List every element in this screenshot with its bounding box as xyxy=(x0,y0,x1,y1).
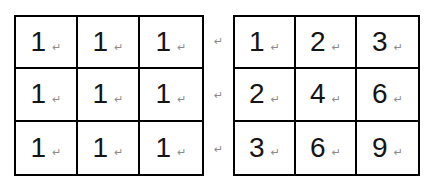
table-cell[interactable]: 6↵ xyxy=(357,69,418,121)
end-of-cell-mark-icon: ↵ xyxy=(332,42,341,53)
table-cell[interactable]: 9↵ xyxy=(357,122,418,174)
cell-number: 9 xyxy=(372,134,388,162)
end-of-cell-mark-icon: ↵ xyxy=(114,147,123,158)
end-of-cell-mark-icon: ↵ xyxy=(332,147,341,158)
tables-row: 1↵ 1↵ 1↵ 1↵ 1↵ 1↵ 1↵ 1↵ 1↵ ↵ ↵ ↵ 1↵ 2↵ 3… xyxy=(14,15,420,176)
cell-number: 2 xyxy=(249,80,265,108)
end-of-cell-mark-icon: ↵ xyxy=(271,94,280,105)
table-cell[interactable]: 2↵ xyxy=(235,69,296,121)
cell-number: 6 xyxy=(372,80,388,108)
table-cell[interactable]: 3↵ xyxy=(357,17,418,69)
end-of-cell-mark-icon: ↵ xyxy=(271,42,280,53)
table-cell[interactable]: 3↵ xyxy=(235,122,296,174)
end-of-cell-mark-icon: ↵ xyxy=(177,147,186,158)
table-cell[interactable]: 1↵ xyxy=(78,17,140,69)
cell-number: 2 xyxy=(310,28,326,56)
end-of-cell-mark-icon: ↵ xyxy=(394,42,403,53)
end-of-cell-mark-icon: ↵ xyxy=(52,94,61,105)
cell-number: 1 xyxy=(156,80,172,108)
table-cell[interactable]: 1↵ xyxy=(140,122,202,174)
cell-number: 3 xyxy=(372,28,388,56)
document-canvas: 1↵ 1↵ 1↵ 1↵ 1↵ 1↵ 1↵ 1↵ 1↵ ↵ ↵ ↵ 1↵ 2↵ 3… xyxy=(0,0,431,194)
table-cell[interactable]: 6↵ xyxy=(296,122,357,174)
table-cell[interactable]: 1↵ xyxy=(16,17,78,69)
cell-number: 4 xyxy=(310,80,326,108)
table-cell[interactable]: 1↵ xyxy=(140,69,202,121)
cell-number: 1 xyxy=(249,28,265,56)
end-of-cell-mark-icon: ↵ xyxy=(271,147,280,158)
left-table: 1↵ 1↵ 1↵ 1↵ 1↵ 1↵ 1↵ 1↵ 1↵ xyxy=(14,15,204,176)
right-table: 1↵ 2↵ 3↵ 2↵ 4↵ 6↵ 3↵ 6↵ 9↵ xyxy=(233,15,420,176)
end-of-cell-mark-icon: ↵ xyxy=(114,42,123,53)
table-cell[interactable]: 1↵ xyxy=(235,17,296,69)
gutter-row-slot: ↵ xyxy=(204,69,233,123)
table-cell[interactable]: 2↵ xyxy=(296,17,357,69)
gutter-row-slot: ↵ xyxy=(204,122,233,176)
cell-number: 1 xyxy=(156,28,172,56)
end-of-cell-mark-icon: ↵ xyxy=(52,147,61,158)
end-of-row-mark-icon: ↵ xyxy=(214,36,223,47)
end-of-cell-mark-icon: ↵ xyxy=(394,94,403,105)
table-cell[interactable]: 1↵ xyxy=(78,69,140,121)
end-of-row-mark-icon: ↵ xyxy=(214,144,223,155)
cell-number: 1 xyxy=(93,80,109,108)
table-cell[interactable]: 1↵ xyxy=(16,69,78,121)
cell-number: 1 xyxy=(31,28,47,56)
cell-number: 6 xyxy=(310,134,326,162)
cell-number: 1 xyxy=(31,134,47,162)
end-of-row-mark-icon: ↵ xyxy=(214,90,223,101)
end-of-cell-mark-icon: ↵ xyxy=(114,94,123,105)
end-of-cell-mark-icon: ↵ xyxy=(52,42,61,53)
end-of-cell-mark-icon: ↵ xyxy=(177,42,186,53)
cell-number: 1 xyxy=(156,134,172,162)
end-of-cell-mark-icon: ↵ xyxy=(177,94,186,105)
cell-number: 1 xyxy=(31,80,47,108)
table-cell[interactable]: 1↵ xyxy=(140,17,202,69)
cell-number: 1 xyxy=(93,28,109,56)
end-of-cell-mark-icon: ↵ xyxy=(394,147,403,158)
table-cell[interactable]: 4↵ xyxy=(296,69,357,121)
table-cell[interactable]: 1↵ xyxy=(78,122,140,174)
between-tables-gutter: ↵ ↵ ↵ xyxy=(204,15,233,176)
cell-number: 3 xyxy=(249,134,265,162)
gutter-row-slot: ↵ xyxy=(204,15,233,69)
cell-number: 1 xyxy=(93,134,109,162)
table-cell[interactable]: 1↵ xyxy=(16,122,78,174)
end-of-cell-mark-icon: ↵ xyxy=(332,94,341,105)
